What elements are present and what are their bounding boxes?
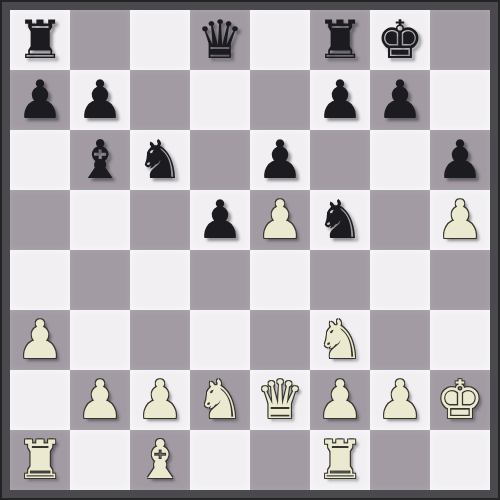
square-a1[interactable]: ♜ xyxy=(10,430,70,490)
black-pawn-piece: ♟ xyxy=(436,130,484,190)
square-e6[interactable]: ♟ xyxy=(250,130,310,190)
square-e7[interactable] xyxy=(250,70,310,130)
white-queen-piece: ♛ xyxy=(256,370,304,430)
square-g2[interactable]: ♟ xyxy=(370,370,430,430)
black-knight-piece: ♞ xyxy=(316,190,364,250)
white-rook-piece: ♜ xyxy=(16,430,64,490)
square-e3[interactable] xyxy=(250,310,310,370)
black-knight-piece: ♞ xyxy=(136,130,184,190)
square-e1[interactable] xyxy=(250,430,310,490)
square-a5[interactable] xyxy=(10,190,70,250)
square-b3[interactable] xyxy=(70,310,130,370)
black-pawn-piece: ♟ xyxy=(196,190,244,250)
square-c5[interactable] xyxy=(130,190,190,250)
square-h6[interactable]: ♟ xyxy=(430,130,490,190)
white-rook-piece: ♜ xyxy=(316,430,364,490)
square-c2[interactable]: ♟ xyxy=(130,370,190,430)
white-pawn-piece: ♟ xyxy=(436,190,484,250)
square-a3[interactable]: ♟ xyxy=(10,310,70,370)
square-g8[interactable]: ♚ xyxy=(370,10,430,70)
square-f3[interactable]: ♞ xyxy=(310,310,370,370)
square-c6[interactable]: ♞ xyxy=(130,130,190,190)
square-b1[interactable] xyxy=(70,430,130,490)
white-pawn-piece: ♟ xyxy=(316,370,364,430)
white-pawn-piece: ♟ xyxy=(16,310,64,370)
square-h1[interactable] xyxy=(430,430,490,490)
square-a2[interactable] xyxy=(10,370,70,430)
square-b4[interactable] xyxy=(70,250,130,310)
white-pawn-piece: ♟ xyxy=(136,370,184,430)
white-pawn-piece: ♟ xyxy=(376,370,424,430)
square-h7[interactable] xyxy=(430,70,490,130)
square-d2[interactable]: ♞ xyxy=(190,370,250,430)
square-g1[interactable] xyxy=(370,430,430,490)
square-g3[interactable] xyxy=(370,310,430,370)
black-queen-piece: ♛ xyxy=(196,10,244,70)
chess-board: ♜♛♜♚♟♟♟♟♝♞♟♟♟♟♞♟♟♞♟♟♞♛♟♟♚♜♝♜ xyxy=(10,10,490,490)
square-f2[interactable]: ♟ xyxy=(310,370,370,430)
square-c4[interactable] xyxy=(130,250,190,310)
square-b5[interactable] xyxy=(70,190,130,250)
white-king-piece: ♚ xyxy=(436,370,484,430)
square-a6[interactable] xyxy=(10,130,70,190)
square-f8[interactable]: ♜ xyxy=(310,10,370,70)
square-a4[interactable] xyxy=(10,250,70,310)
black-bishop-piece: ♝ xyxy=(76,130,124,190)
square-h5[interactable]: ♟ xyxy=(430,190,490,250)
square-d6[interactable] xyxy=(190,130,250,190)
square-b7[interactable]: ♟ xyxy=(70,70,130,130)
square-g6[interactable] xyxy=(370,130,430,190)
square-e5[interactable]: ♟ xyxy=(250,190,310,250)
square-h2[interactable]: ♚ xyxy=(430,370,490,430)
square-h4[interactable] xyxy=(430,250,490,310)
square-d8[interactable]: ♛ xyxy=(190,10,250,70)
black-pawn-piece: ♟ xyxy=(376,70,424,130)
square-d4[interactable] xyxy=(190,250,250,310)
square-f7[interactable]: ♟ xyxy=(310,70,370,130)
square-b8[interactable] xyxy=(70,10,130,70)
board-frame: ♜♛♜♚♟♟♟♟♝♞♟♟♟♟♞♟♟♞♟♟♞♛♟♟♚♜♝♜ xyxy=(0,0,500,500)
black-rook-piece: ♜ xyxy=(316,10,364,70)
square-f5[interactable]: ♞ xyxy=(310,190,370,250)
white-knight-piece: ♞ xyxy=(316,310,364,370)
square-d3[interactable] xyxy=(190,310,250,370)
black-pawn-piece: ♟ xyxy=(256,130,304,190)
square-d1[interactable] xyxy=(190,430,250,490)
white-bishop-piece: ♝ xyxy=(136,430,184,490)
square-g5[interactable] xyxy=(370,190,430,250)
square-c7[interactable] xyxy=(130,70,190,130)
square-a7[interactable]: ♟ xyxy=(10,70,70,130)
square-g7[interactable]: ♟ xyxy=(370,70,430,130)
white-pawn-piece: ♟ xyxy=(76,370,124,430)
black-pawn-piece: ♟ xyxy=(16,70,64,130)
square-h3[interactable] xyxy=(430,310,490,370)
square-g4[interactable] xyxy=(370,250,430,310)
black-rook-piece: ♜ xyxy=(16,10,64,70)
square-e8[interactable] xyxy=(250,10,310,70)
white-pawn-piece: ♟ xyxy=(256,190,304,250)
black-pawn-piece: ♟ xyxy=(76,70,124,130)
square-c8[interactable] xyxy=(130,10,190,70)
square-c1[interactable]: ♝ xyxy=(130,430,190,490)
square-f1[interactable]: ♜ xyxy=(310,430,370,490)
square-h8[interactable] xyxy=(430,10,490,70)
square-b6[interactable]: ♝ xyxy=(70,130,130,190)
square-f6[interactable] xyxy=(310,130,370,190)
square-e2[interactable]: ♛ xyxy=(250,370,310,430)
square-d5[interactable]: ♟ xyxy=(190,190,250,250)
square-b2[interactable]: ♟ xyxy=(70,370,130,430)
square-d7[interactable] xyxy=(190,70,250,130)
square-c3[interactable] xyxy=(130,310,190,370)
black-pawn-piece: ♟ xyxy=(316,70,364,130)
black-king-piece: ♚ xyxy=(376,10,424,70)
square-e4[interactable] xyxy=(250,250,310,310)
square-f4[interactable] xyxy=(310,250,370,310)
square-a8[interactable]: ♜ xyxy=(10,10,70,70)
white-knight-piece: ♞ xyxy=(196,370,244,430)
